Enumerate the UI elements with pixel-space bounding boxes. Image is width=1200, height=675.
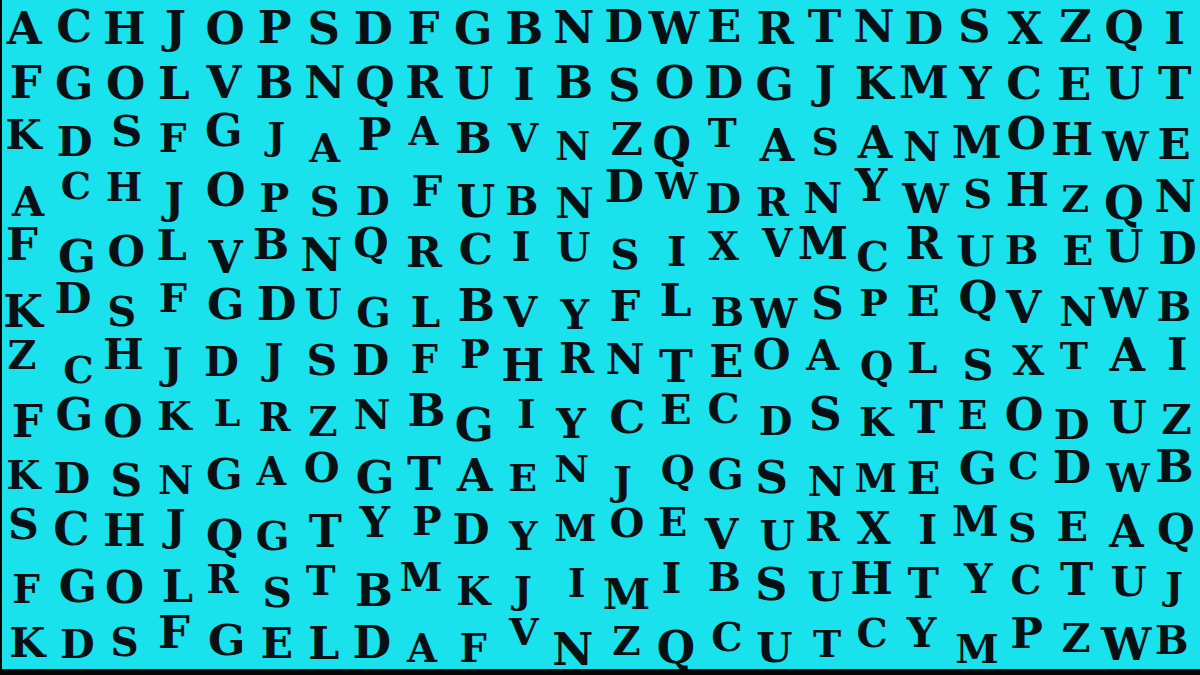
grid-cell-r7c10[interactable]: P — [453, 330, 497, 379]
grid-cell-r9c11[interactable]: E — [502, 455, 544, 502]
grid-cell-r2c22[interactable]: E — [1049, 56, 1099, 112]
grid-cell-r3c12[interactable]: N — [551, 122, 594, 170]
grid-cell-r12c10[interactable]: F — [452, 625, 495, 673]
grid-cell-r2c20[interactable]: Y — [951, 56, 1001, 112]
grid-cell-r2c8[interactable]: Q — [350, 56, 400, 112]
grid-cell-r4c18[interactable]: Y — [847, 158, 897, 214]
grid-cell-r4c5[interactable]: O — [200, 163, 251, 220]
grid-cell-r12c21[interactable]: P — [1002, 607, 1050, 661]
grid-cell-r8c6[interactable]: R — [253, 394, 296, 442]
grid-cell-r8c23[interactable]: U — [1103, 391, 1152, 445]
grid-cell-r8c21[interactable]: O — [999, 387, 1048, 442]
grid-cell-r2c6[interactable]: B — [249, 54, 299, 110]
grid-cell-r5c8[interactable]: Q — [349, 218, 394, 268]
grid-cell-r12c12[interactable]: N — [548, 622, 598, 675]
grid-cell-r2c15[interactable]: D — [699, 55, 749, 111]
grid-cell-r3c10[interactable]: B — [449, 111, 497, 165]
grid-cell-r5c1[interactable]: F — [0, 217, 47, 273]
grid-cell-r4c3[interactable]: H — [102, 165, 145, 213]
grid-cell-r7c15[interactable]: E — [701, 333, 751, 389]
grid-cell-r12c23[interactable]: W — [1101, 618, 1151, 674]
grid-cell-r11c12[interactable]: I — [555, 560, 598, 607]
grid-cell-r11c5[interactable]: R — [200, 556, 243, 604]
grid-cell-r3c21[interactable]: O — [1001, 105, 1051, 161]
grid-cell-r12c3[interactable]: S — [103, 619, 146, 667]
grid-cell-r8c20[interactable]: E — [951, 392, 995, 441]
grid-cell-r12c9[interactable]: A — [401, 625, 444, 673]
grid-cell-r7c4[interactable]: J — [149, 337, 197, 390]
grid-cell-r9c20[interactable]: G — [953, 441, 1003, 496]
left-edge-strip — [0, 0, 2, 675]
grid-cell-r9c17[interactable]: N — [803, 456, 849, 508]
grid-cell-r9c1[interactable]: K — [1, 451, 45, 500]
grid-cell-r4c14[interactable]: W — [655, 163, 698, 210]
grid-cell-r6c23[interactable]: W — [1099, 276, 1148, 330]
grid-cell-r8c17[interactable]: S — [800, 387, 851, 444]
grid-cell-r4c6[interactable]: P — [253, 174, 297, 223]
grid-cell-r12c6[interactable]: E — [254, 618, 301, 671]
grid-cell-r3c4[interactable]: F — [151, 115, 194, 163]
grid-cell-r1c9[interactable]: F — [398, 1, 448, 57]
grid-cell-r6c20[interactable]: Q — [953, 270, 1002, 325]
grid-cell-r5c7[interactable]: N — [296, 227, 347, 284]
grid-cell-r11c18[interactable]: H — [847, 550, 897, 606]
grid-cell-r7c17[interactable]: A — [799, 329, 846, 381]
grid-cell-r11c10[interactable]: K — [452, 567, 496, 616]
grid-cell-r8c14[interactable]: E — [652, 384, 699, 436]
grid-cell-r1c15[interactable]: E — [699, 0, 749, 55]
grid-cell-r10c16[interactable]: U — [755, 511, 801, 561]
grid-cell-r3c9[interactable]: A — [402, 108, 445, 156]
grid-cell-r3c8[interactable]: P — [350, 106, 400, 162]
grid-cell-r4c22[interactable]: Z — [1054, 176, 1096, 223]
grid-cell-r10c3[interactable]: H — [99, 503, 149, 559]
grid-cell-r11c16[interactable]: S — [746, 557, 796, 612]
grid-cell-r1c19[interactable]: D — [899, 1, 950, 57]
grid-cell-r8c2[interactable]: G — [50, 388, 99, 443]
grid-cell-r5c12[interactable]: U — [551, 223, 595, 272]
grid-cell-r6c13[interactable]: F — [601, 279, 649, 333]
grid-cell-r7c13[interactable]: N — [601, 333, 648, 386]
grid-cell-r7c21[interactable]: X — [1005, 335, 1051, 386]
grid-cell-r10c22[interactable]: E — [1049, 501, 1095, 552]
grid-cell-r6c6[interactable]: D — [252, 276, 303, 333]
grid-cell-r10c23[interactable]: A — [1101, 504, 1151, 559]
grid-cell-r5c23[interactable]: U — [1099, 219, 1149, 274]
grid-cell-r9c5[interactable]: G — [200, 448, 248, 501]
grid-cell-r1c7[interactable]: S — [299, 1, 349, 57]
grid-cell-r6c7[interactable]: U — [300, 278, 347, 331]
grid-cell-r12c4[interactable]: F — [149, 605, 199, 661]
grid-cell-r1c10[interactable]: G — [448, 1, 498, 57]
grid-cell-r7c6[interactable]: J — [252, 334, 297, 385]
grid-cell-r11c22[interactable]: T — [1052, 552, 1101, 607]
grid-cell-r5c22[interactable]: E — [1055, 226, 1100, 277]
grid-cell-r8c18[interactable]: K — [855, 399, 899, 448]
grid-cell-r9c16[interactable]: S — [746, 450, 797, 506]
grid-cell-r6c18[interactable]: P — [853, 279, 895, 326]
grid-cell-r1c20[interactable]: S — [949, 0, 999, 55]
grid-cell-r11c23[interactable]: U — [1105, 556, 1152, 608]
grid-cell-r9c12[interactable]: N — [550, 445, 592, 492]
grid-cell-r5c24[interactable]: D — [1153, 221, 1200, 276]
grid-cell-r3c16[interactable]: A — [752, 118, 802, 173]
grid-cell-r3c20[interactable]: M — [952, 114, 1002, 170]
grid-cell-r2c10[interactable]: U — [449, 55, 499, 111]
grid-cell-r10c14[interactable]: E — [651, 499, 694, 546]
grid-cell-r11c13[interactable]: M — [602, 567, 650, 620]
grid-cell-r7c7[interactable]: S — [299, 333, 346, 386]
grid-cell-r1c18[interactable]: N — [849, 0, 899, 54]
grid-cell-r8c3[interactable]: O — [98, 394, 148, 450]
grid-cell-r10c13[interactable]: O — [604, 498, 648, 548]
grid-cell-r12c17[interactable]: T — [806, 621, 848, 668]
grid-cell-r6c10[interactable]: B — [452, 279, 501, 334]
grid-cell-r5c3[interactable]: O — [102, 225, 150, 278]
grid-cell-r7c12[interactable]: R — [553, 332, 600, 384]
grid-cell-r2c3[interactable]: O — [101, 56, 151, 112]
grid-cell-r10c2[interactable]: C — [46, 501, 97, 558]
grid-cell-r11c6[interactable]: S — [255, 568, 300, 618]
grid-cell-r10c21[interactable]: S — [1000, 504, 1044, 553]
grid-cell-r3c7[interactable]: A — [303, 123, 347, 172]
grid-cell-r12c5[interactable]: G — [202, 614, 251, 668]
grid-cell-r2c11[interactable]: I — [499, 56, 549, 112]
grid-cell-r9c9[interactable]: T — [399, 446, 450, 503]
grid-cell-r1c16[interactable]: R — [750, 1, 801, 57]
grid-cell-r5c21[interactable]: B — [999, 226, 1043, 275]
grid-cell-r4c21[interactable]: H — [1002, 162, 1053, 219]
grid-cell-r6c15[interactable]: B — [705, 287, 749, 336]
grid-cell-r11c20[interactable]: Y — [956, 554, 1001, 604]
grid-cell-r9c22[interactable]: D — [1047, 441, 1096, 496]
grid-cell-r1c13[interactable]: D — [599, 0, 649, 55]
grid-cell-r4c20[interactable]: S — [955, 170, 999, 220]
grid-cell-r12c11[interactable]: V — [503, 609, 545, 656]
grid-cell-r10c12[interactable]: M — [554, 505, 596, 552]
grid-cell-r11c19[interactable]: T — [900, 557, 948, 609]
grid-cell-r12c2[interactable]: D — [55, 620, 99, 670]
grid-cell-r2c17[interactable]: J — [800, 55, 850, 111]
grid-cell-r12c20[interactable]: M — [955, 626, 999, 675]
grid-cell-r10c11[interactable]: Y — [501, 512, 545, 561]
grid-cell-r1c5[interactable]: O — [200, 1, 250, 57]
grid-cell-r6c24[interactable]: B — [1151, 282, 1197, 333]
grid-cell-r7c11[interactable]: H — [498, 337, 549, 394]
grid-cell-r8c11[interactable]: I — [504, 391, 548, 440]
grid-cell-r8c15[interactable]: C — [701, 384, 746, 434]
grid-cell-r12c24[interactable]: B — [1150, 616, 1194, 666]
grid-cell-r1c22[interactable]: Z — [1051, 0, 1101, 55]
grid-cell-r7c2[interactable]: C — [57, 346, 99, 393]
grid-cell-r2c19[interactable]: M — [899, 55, 950, 111]
grid-cell-r5c16[interactable]: V — [755, 219, 799, 267]
grid-cell-r12c22[interactable]: Z — [1054, 614, 1098, 663]
grid-cell-r9c18[interactable]: M — [855, 456, 898, 504]
grid-cell-r9c14[interactable]: Q — [655, 447, 699, 495]
grid-cell-r10c19[interactable]: I — [905, 505, 951, 555]
grid-cell-r1c21[interactable]: X — [1000, 1, 1050, 57]
grid-cell-r5c9[interactable]: R — [400, 226, 448, 280]
grid-cell-r2c4[interactable]: L — [149, 56, 199, 112]
grid-cell-r5c15[interactable]: X — [702, 222, 746, 271]
grid-cell-r1c12[interactable]: N — [549, 0, 599, 56]
grid-cell-r9c3[interactable]: S — [101, 454, 150, 509]
grid-cell-r6c2[interactable]: D — [49, 272, 96, 325]
grid-cell-r10c6[interactable]: G — [251, 512, 295, 561]
grid-cell-r6c5[interactable]: G — [201, 277, 250, 331]
letter-grid: ACHJOPSDFGBNDWERTNDSXZQIFGOLVBNQRUIBSODG… — [0, 0, 1200, 669]
grid-cell-r12c18[interactable]: C — [851, 609, 894, 658]
grid-cell-r7c23[interactable]: A — [1101, 327, 1152, 384]
grid-cell-r9c7[interactable]: O — [299, 443, 345, 494]
grid-cell-r6c21[interactable]: V — [998, 279, 1048, 335]
grid-cell-r4c7[interactable]: S — [302, 177, 348, 229]
grid-cell-r4c4[interactable]: J — [151, 173, 198, 225]
grid-cell-r8c13[interactable]: C — [602, 390, 652, 446]
grid-cell-r2c18[interactable]: K — [849, 56, 899, 112]
grid-cell-r7c8[interactable]: D — [347, 333, 395, 386]
grid-cell-r11c14[interactable]: I — [647, 551, 695, 604]
grid-cell-r2c21[interactable]: C — [999, 56, 1049, 112]
grid-cell-r10c5[interactable]: Q — [200, 509, 247, 562]
grid-cell-r7c24[interactable]: I — [1153, 328, 1200, 382]
grid-cell-r4c9[interactable]: F — [403, 165, 451, 219]
grid-cell-r1c6[interactable]: P — [250, 0, 300, 56]
grid-cell-r6c9[interactable]: L — [402, 286, 449, 338]
grid-cell-r11c21[interactable]: C — [1004, 556, 1047, 604]
grid-cell-r5c4[interactable]: L — [147, 219, 195, 272]
grid-cell-r11c1[interactable]: F — [5, 566, 48, 614]
grid-cell-r2c14[interactable]: O — [649, 54, 700, 110]
grid-cell-r9c19[interactable]: E — [899, 452, 949, 507]
grid-cell-r12c16[interactable]: U — [751, 623, 798, 675]
grid-cell-r5c6[interactable]: B — [247, 217, 295, 270]
grid-cell-r12c7[interactable]: L — [300, 617, 349, 672]
grid-cell-r6c8[interactable]: G — [351, 288, 396, 338]
grid-cell-r5c14[interactable]: I — [653, 226, 700, 277]
grid-cell-r12c14[interactable]: Q — [651, 622, 700, 675]
grid-cell-r9c23[interactable]: W — [1106, 455, 1149, 503]
grid-cell-r6c11[interactable]: V — [496, 286, 544, 339]
grid-cell-r7c3[interactable]: H — [99, 327, 147, 380]
grid-cell-r8c4[interactable]: K — [152, 392, 196, 442]
grid-cell-r10c9[interactable]: P — [405, 497, 449, 546]
grid-cell-r9c21[interactable]: C — [1002, 443, 1044, 490]
grid-cell-r12c13[interactable]: Z — [605, 618, 648, 666]
grid-cell-r3c19[interactable]: N — [899, 121, 945, 171]
word-search-board: ACHJOPSDFGBNDWERTNDSXZQIFGOLVBNQRUIBSODG… — [0, 0, 1200, 675]
grid-cell-r9c2[interactable]: D — [48, 453, 95, 506]
grid-cell-r3c2[interactable]: D — [52, 116, 98, 167]
grid-cell-r9c24[interactable]: B — [1149, 438, 1199, 494]
grid-cell-r6c4[interactable]: F — [151, 274, 195, 323]
grid-cell-r1c8[interactable]: D — [348, 1, 398, 57]
grid-cell-r7c20[interactable]: S — [954, 338, 1002, 392]
grid-cell-r12c1[interactable]: K — [4, 617, 50, 669]
grid-cell-r2c5[interactable]: V — [199, 54, 249, 110]
grid-cell-r8c1[interactable]: F — [3, 395, 52, 449]
grid-cell-r7c18[interactable]: Q — [856, 343, 898, 390]
grid-cell-r3c23[interactable]: W — [1102, 121, 1148, 172]
grid-cell-r1c14[interactable]: W — [649, 1, 700, 57]
grid-cell-r2c12[interactable]: B — [549, 54, 599, 110]
grid-cell-r8c5[interactable]: L — [206, 391, 248, 438]
grid-cell-r3c6[interactable]: J — [256, 113, 298, 160]
grid-cell-r3c5[interactable]: G — [199, 103, 248, 158]
grid-cell-r1c1[interactable]: A — [0, 1, 49, 57]
grid-cell-r9c10[interactable]: A — [450, 447, 501, 504]
grid-cell-r6c19[interactable]: E — [899, 274, 948, 328]
grid-cell-r3c1[interactable]: K — [1, 109, 47, 161]
grid-cell-r2c23[interactable]: U — [1099, 56, 1150, 112]
grid-cell-r11c11[interactable]: J — [501, 566, 543, 613]
grid-cell-r10c7[interactable]: T — [301, 505, 350, 560]
grid-cell-r1c17[interactable]: T — [800, 0, 850, 55]
grid-cell-r10c10[interactable]: D — [447, 503, 494, 556]
grid-cell-r2c9[interactable]: R — [399, 54, 449, 110]
grid-cell-r5c19[interactable]: R — [899, 217, 949, 272]
grid-cell-r11c8[interactable]: B — [349, 563, 399, 619]
grid-cell-r5c17[interactable]: M — [797, 216, 847, 272]
grid-cell-r9c6[interactable]: A — [250, 448, 292, 495]
grid-cell-r7c16[interactable]: O — [747, 327, 796, 381]
grid-cell-r4c24[interactable]: N — [1150, 169, 1200, 225]
grid-cell-r3c17[interactable]: S — [804, 119, 846, 166]
grid-cell-r11c7[interactable]: T — [299, 556, 343, 606]
grid-cell-r12c19[interactable]: Y — [899, 608, 946, 659]
grid-cell-r2c24[interactable]: T — [1150, 56, 1200, 112]
grid-cell-r2c7[interactable]: N — [300, 55, 350, 111]
grid-cell-r10c1[interactable]: S — [0, 497, 47, 550]
grid-cell-r8c8[interactable]: N — [350, 390, 395, 440]
grid-cell-r5c11[interactable]: I — [499, 223, 544, 273]
grid-cell-r8c12[interactable]: Y — [548, 399, 594, 450]
grid-cell-r11c24[interactable]: J — [1153, 562, 1195, 609]
bottom-edge-strip — [0, 669, 1200, 675]
grid-cell-r10c20[interactable]: M — [952, 495, 999, 548]
grid-cell-r4c11[interactable]: B — [500, 178, 543, 227]
grid-cell-r7c1[interactable]: Z — [0, 331, 44, 380]
grid-cell-r6c14[interactable]: L — [650, 272, 701, 328]
grid-cell-r2c2[interactable]: G — [49, 56, 99, 112]
grid-cell-r3c24[interactable]: E — [1150, 117, 1198, 171]
grid-cell-r8c19[interactable]: T — [901, 390, 952, 446]
grid-cell-r7c5[interactable]: D — [199, 337, 244, 387]
grid-cell-r3c3[interactable]: S — [102, 104, 150, 158]
grid-cell-r8c10[interactable]: G — [449, 397, 500, 454]
grid-cell-r10c18[interactable]: X — [850, 502, 899, 557]
grid-cell-r1c2[interactable]: C — [49, 0, 99, 55]
grid-cell-r8c9[interactable]: B — [402, 383, 452, 439]
grid-cell-r10c8[interactable]: Y — [351, 496, 398, 549]
grid-cell-r5c13[interactable]: S — [602, 230, 647, 280]
grid-cell-r7c22[interactable]: T — [1052, 332, 1094, 379]
grid-cell-r12c8[interactable]: D — [347, 616, 396, 671]
grid-cell-r8c7[interactable]: Z — [301, 398, 346, 448]
grid-cell-r11c3[interactable]: O — [99, 559, 149, 615]
grid-cell-r5c10[interactable]: C — [452, 222, 500, 275]
grid-cell-r1c23[interactable]: Q — [1099, 0, 1150, 55]
grid-cell-r9c4[interactable]: N — [154, 457, 197, 505]
grid-cell-r4c13[interactable]: D — [599, 158, 650, 215]
grid-cell-r8c16[interactable]: D — [754, 398, 798, 446]
grid-cell-r11c15[interactable]: B — [703, 553, 746, 602]
grid-cell-r3c11[interactable]: V — [501, 114, 544, 162]
grid-cell-r5c18[interactable]: C — [850, 232, 896, 283]
grid-cell-r11c2[interactable]: G — [53, 559, 103, 614]
grid-cell-r10c24[interactable]: Q — [1152, 503, 1200, 557]
grid-cell-r1c4[interactable]: J — [150, 0, 200, 56]
grid-cell-r4c15[interactable]: D — [700, 174, 746, 225]
grid-cell-r3c22[interactable]: H — [1047, 112, 1096, 167]
grid-cell-r6c22[interactable]: N — [1055, 286, 1100, 337]
grid-cell-r10c17[interactable]: R — [799, 501, 845, 552]
grid-cell-r7c9[interactable]: F — [403, 336, 445, 383]
grid-cell-r2c16[interactable]: G — [749, 57, 800, 113]
grid-cell-r1c11[interactable]: B — [499, 1, 549, 57]
grid-cell-r10c4[interactable]: J — [152, 499, 199, 552]
grid-cell-r11c17[interactable]: U — [802, 561, 848, 612]
grid-cell-r12c15[interactable]: C — [705, 614, 749, 663]
grid-cell-r4c2[interactable]: C — [55, 163, 97, 210]
grid-cell-r7c19[interactable]: L — [898, 331, 947, 385]
grid-cell-r1c24[interactable]: I — [1150, 1, 1200, 57]
grid-cell-r2c1[interactable]: F — [1, 55, 51, 111]
grid-cell-r3c15[interactable]: T — [701, 109, 744, 157]
grid-cell-r2c13[interactable]: S — [599, 57, 649, 113]
grid-cell-r1c3[interactable]: H — [99, 1, 149, 57]
grid-cell-r9c15[interactable]: G — [703, 448, 750, 500]
grid-cell-r6c17[interactable]: S — [802, 275, 853, 332]
grid-cell-r11c9[interactable]: M — [400, 554, 443, 602]
